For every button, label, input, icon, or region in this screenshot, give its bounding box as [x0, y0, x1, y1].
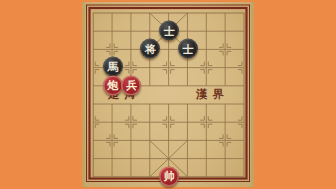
piece-red-general[interactable]: 帅 [159, 166, 179, 186]
pieces-grid: 士将士馬炮兵帅 [84, 4, 254, 186]
thumbnail-canvas: 楚河 漢界 士将士馬炮兵帅 [0, 0, 336, 189]
piece-black-advisor[interactable]: 士 [159, 21, 179, 41]
piece-red-soldier[interactable]: 兵 [121, 75, 141, 95]
piece-black-advisor[interactable]: 士 [178, 39, 198, 59]
piece-black-horse[interactable]: 馬 [103, 57, 123, 77]
piece-red-cannon[interactable]: 炮 [103, 75, 123, 95]
piece-black-general[interactable]: 将 [140, 39, 160, 59]
